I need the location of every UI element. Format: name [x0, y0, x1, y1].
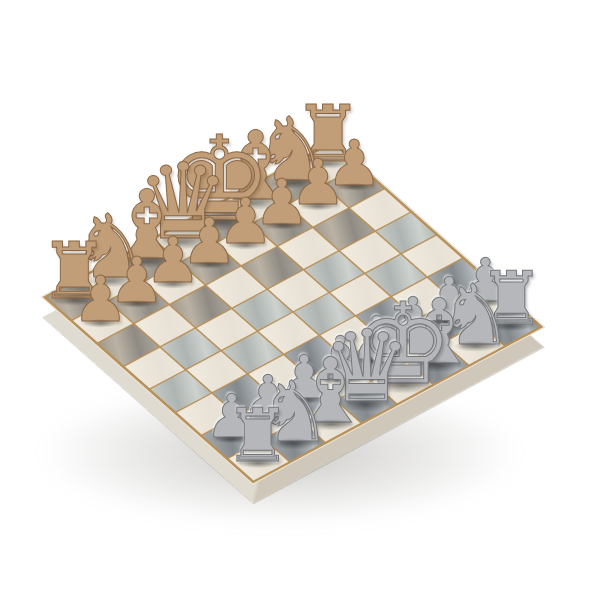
product-photo: ♜♞♝♛♚♝♞♜♟♟♟♟♟♟♟♟♟♟♟♟♟♟♟♟♜♞♝♛♚♝♞♜ [0, 0, 600, 600]
